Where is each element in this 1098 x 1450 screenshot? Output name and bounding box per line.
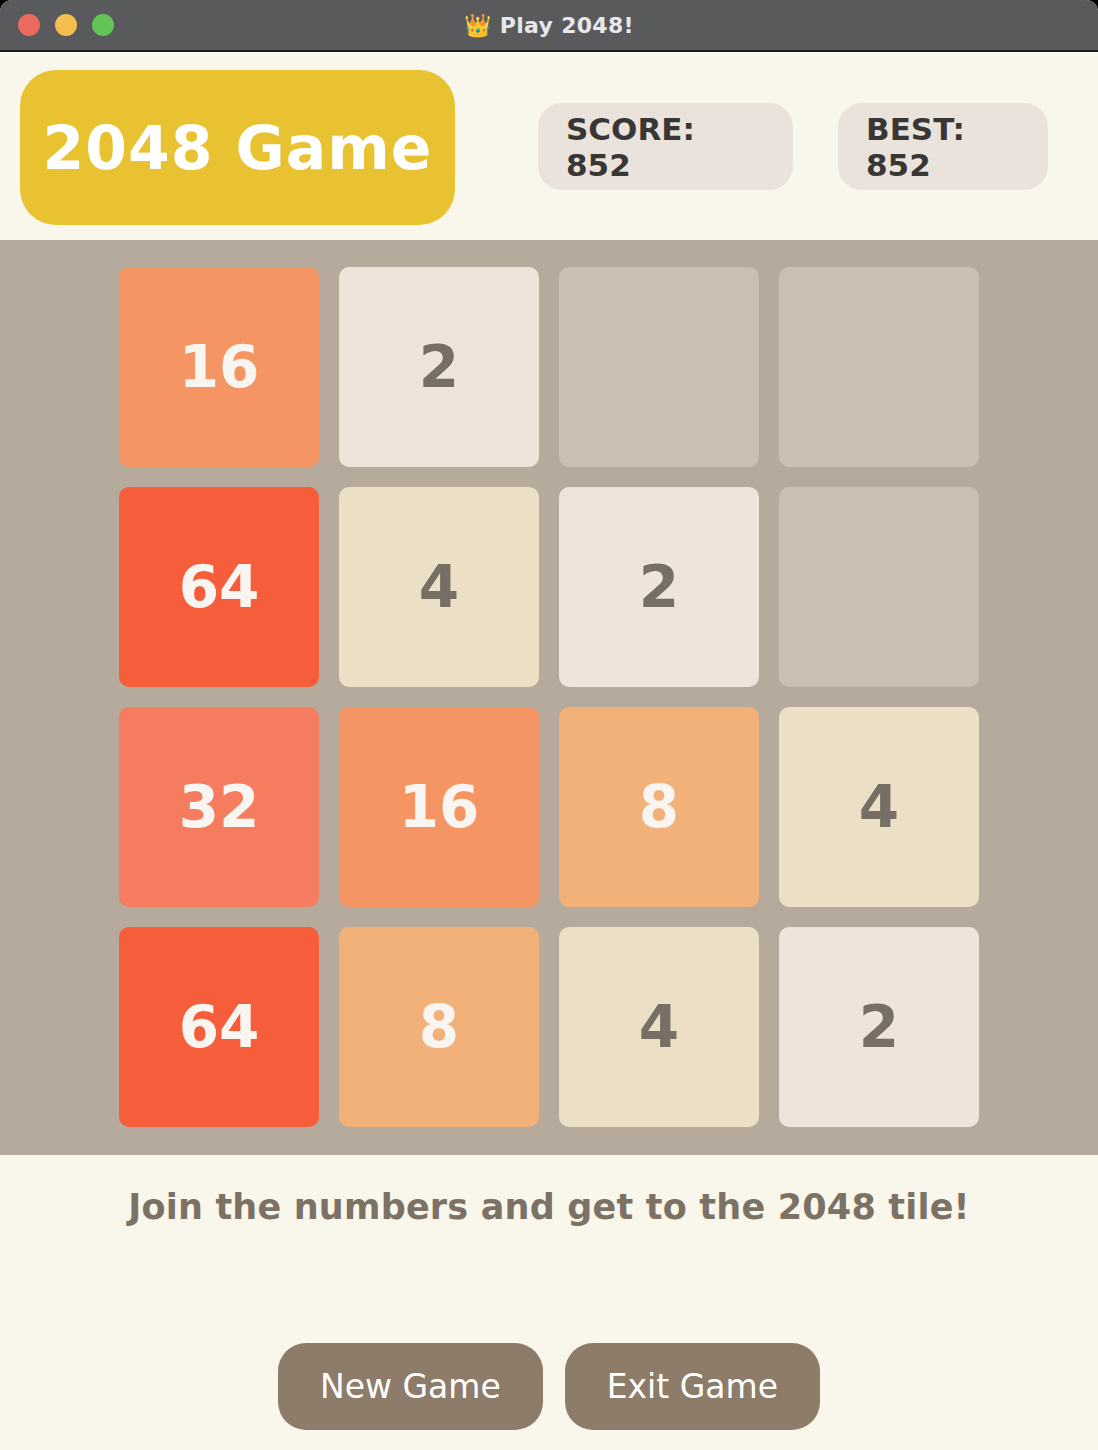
instruction-text: Join the numbers and get to the 2048 til…	[128, 1187, 970, 1227]
app-title-badge: 2048 Game	[20, 70, 455, 225]
tile-64: 64	[119, 487, 319, 687]
tile-4: 4	[779, 707, 979, 907]
empty-cell	[779, 267, 979, 467]
tile-8: 8	[559, 707, 759, 907]
traffic-lights	[18, 0, 114, 50]
tile-4: 4	[559, 927, 759, 1127]
app-title-label: 2048 Game	[43, 113, 433, 183]
tile-32: 32	[119, 707, 319, 907]
tile-4: 4	[339, 487, 539, 687]
minimize-button[interactable]	[55, 14, 77, 36]
empty-cell	[559, 267, 759, 467]
score-badge: SCORE: 852	[538, 103, 793, 190]
tile-2: 2	[339, 267, 539, 467]
window-title-text: Play 2048!	[500, 13, 634, 38]
maximize-button[interactable]	[92, 14, 114, 36]
close-button[interactable]	[18, 14, 40, 36]
footer: Join the numbers and get to the 2048 til…	[0, 1155, 1098, 1450]
tile-16: 16	[119, 267, 319, 467]
empty-cell	[779, 487, 979, 687]
window-title: 👑Play 2048!	[0, 13, 1098, 38]
tile-16: 16	[339, 707, 539, 907]
app-window: 👑Play 2048! 2048 Game SCORE: 852 BEST: 8…	[0, 0, 1098, 1450]
crown-icon: 👑	[464, 13, 492, 38]
tile-2: 2	[779, 927, 979, 1127]
tile-2: 2	[559, 487, 759, 687]
header: 2048 Game SCORE: 852 BEST: 852	[0, 52, 1098, 240]
game-board[interactable]: 162644232168464842	[0, 240, 1098, 1155]
score-label: SCORE: 852	[566, 111, 765, 183]
best-badge: BEST: 852	[838, 103, 1048, 190]
best-label: BEST: 852	[866, 111, 1020, 183]
exit-game-button[interactable]: Exit Game	[565, 1343, 820, 1430]
new-game-button[interactable]: New Game	[278, 1343, 543, 1430]
tile-grid: 162644232168464842	[0, 267, 1098, 1127]
tile-8: 8	[339, 927, 539, 1127]
tile-64: 64	[119, 927, 319, 1127]
titlebar: 👑Play 2048!	[0, 0, 1098, 52]
button-row: New Game Exit Game	[278, 1343, 820, 1430]
